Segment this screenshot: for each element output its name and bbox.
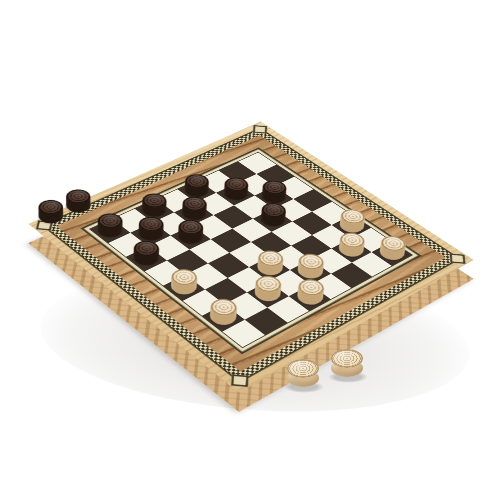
board-anchor — [93, 84, 409, 400]
piece-top-face — [331, 349, 363, 368]
piece-top-face — [287, 359, 319, 378]
product-photo-scene — [0, 0, 500, 500]
game-board — [28, 121, 473, 392]
corner-ornament — [253, 125, 267, 133]
